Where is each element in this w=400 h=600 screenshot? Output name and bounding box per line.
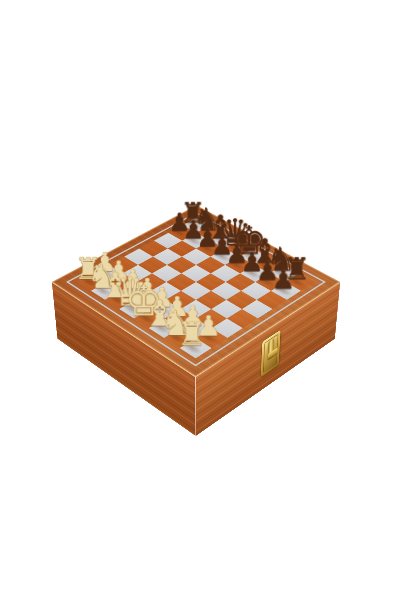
photo-scene: ♜♞♟♝♟♛♟♚♟♝♟♞♟♟♜♟♟♜♟♟♞♟♝♟♛♟♚♟♝♟♞♜ xyxy=(0,0,400,600)
piece-white-rook-h1: ♜ xyxy=(170,318,213,351)
piece-black-pawn-h7: ♟ xyxy=(263,266,304,292)
clasp-wrap xyxy=(261,330,281,377)
clasp-latch xyxy=(261,330,281,377)
product-photo-stage: ♜♞♟♝♟♛♟♚♟♝♟♞♟♟♜♟♟♜♟♟♞♟♝♟♛♟♚♟♝♟♞♜ xyxy=(0,0,400,600)
